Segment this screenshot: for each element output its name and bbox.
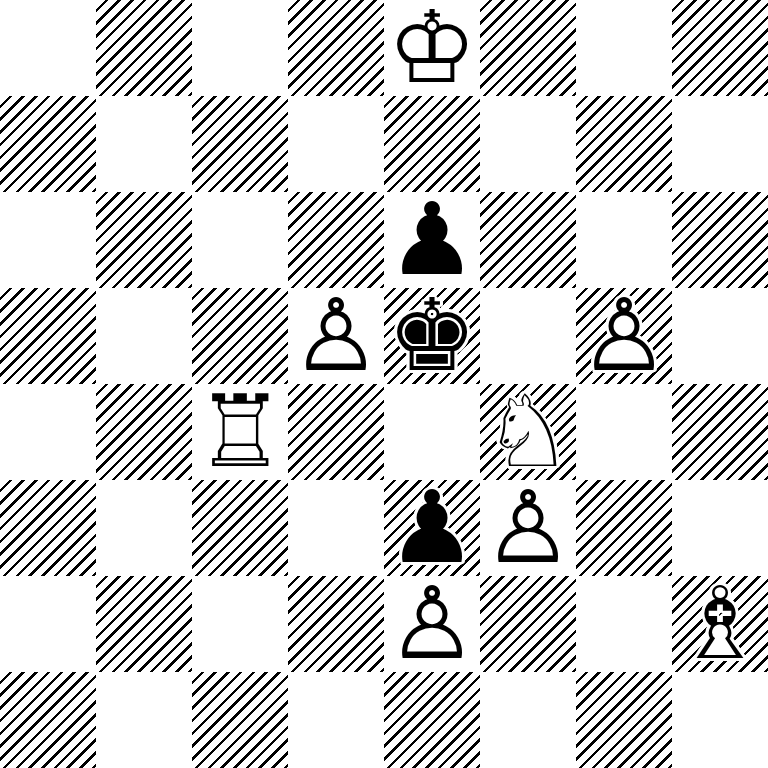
square-h1[interactable] [672,672,768,768]
square-c3[interactable] [192,480,288,576]
square-b3[interactable] [96,480,192,576]
square-a8[interactable] [0,0,96,96]
white-king-icon: ♔ [384,0,480,96]
square-e4[interactable] [384,384,480,480]
piece-white-pawn: ♟♙ [480,480,576,576]
piece-white-pawn: ♟♙ [384,576,480,672]
square-h6[interactable] [672,192,768,288]
square-c5[interactable] [192,288,288,384]
square-a7[interactable] [0,96,96,192]
piece-white-rook: ♜♖ [192,384,288,480]
piece-black-pawn: ♟ [384,480,480,576]
piece-white-pawn: ♟♙ [288,288,384,384]
square-a2[interactable] [0,576,96,672]
piece-white-knight: ♞♘ [480,384,576,480]
square-b5[interactable] [96,288,192,384]
piece-white-pawn: ♟♙ [576,288,672,384]
white-pawn-icon: ♙ [384,576,480,672]
square-e5[interactable]: ♚ [384,288,480,384]
square-d4[interactable] [288,384,384,480]
square-g4[interactable] [576,384,672,480]
square-g1[interactable] [576,672,672,768]
square-a6[interactable] [0,192,96,288]
square-c8[interactable] [192,0,288,96]
black-pawn-icon: ♟ [384,192,480,288]
square-h7[interactable] [672,96,768,192]
square-c6[interactable] [192,192,288,288]
square-d6[interactable] [288,192,384,288]
square-f3[interactable]: ♟♙ [480,480,576,576]
square-b8[interactable] [96,0,192,96]
chess-board: ♚♔♟♟♙♚♟♙♜♖♞♘♟♟♙♟♙♝♗ [0,0,768,768]
square-e8[interactable]: ♚♔ [384,0,480,96]
square-d3[interactable] [288,480,384,576]
square-e2[interactable]: ♟♙ [384,576,480,672]
square-e3[interactable]: ♟ [384,480,480,576]
square-b1[interactable] [96,672,192,768]
square-c2[interactable] [192,576,288,672]
square-g8[interactable] [576,0,672,96]
square-e7[interactable] [384,96,480,192]
square-e6[interactable]: ♟ [384,192,480,288]
piece-black-pawn: ♟ [384,192,480,288]
square-h4[interactable] [672,384,768,480]
black-pawn-icon: ♟ [384,480,480,576]
square-d1[interactable] [288,672,384,768]
white-bishop-icon: ♗ [672,576,768,672]
piece-white-king: ♚♔ [384,0,480,96]
square-b7[interactable] [96,96,192,192]
piece-black-king: ♚ [384,288,480,384]
square-f1[interactable] [480,672,576,768]
square-a4[interactable] [0,384,96,480]
square-g7[interactable] [576,96,672,192]
square-f7[interactable] [480,96,576,192]
square-a5[interactable] [0,288,96,384]
square-d8[interactable] [288,0,384,96]
square-b4[interactable] [96,384,192,480]
square-g2[interactable] [576,576,672,672]
square-d5[interactable]: ♟♙ [288,288,384,384]
square-g3[interactable] [576,480,672,576]
square-c1[interactable] [192,672,288,768]
square-h2[interactable]: ♝♗ [672,576,768,672]
square-a1[interactable] [0,672,96,768]
square-g5[interactable]: ♟♙ [576,288,672,384]
square-h3[interactable] [672,480,768,576]
white-rook-icon: ♖ [192,384,288,480]
square-g6[interactable] [576,192,672,288]
white-pawn-icon: ♙ [576,288,672,384]
square-f8[interactable] [480,0,576,96]
white-pawn-icon: ♙ [288,288,384,384]
square-f2[interactable] [480,576,576,672]
square-c4[interactable]: ♜♖ [192,384,288,480]
white-knight-icon: ♘ [480,384,576,480]
black-king-icon: ♚ [384,288,480,384]
square-c7[interactable] [192,96,288,192]
square-e1[interactable] [384,672,480,768]
square-f5[interactable] [480,288,576,384]
square-a3[interactable] [0,480,96,576]
square-h5[interactable] [672,288,768,384]
square-b6[interactable] [96,192,192,288]
square-f6[interactable] [480,192,576,288]
square-f4[interactable]: ♞♘ [480,384,576,480]
square-d2[interactable] [288,576,384,672]
piece-white-bishop: ♝♗ [672,576,768,672]
square-d7[interactable] [288,96,384,192]
square-b2[interactable] [96,576,192,672]
white-pawn-icon: ♙ [480,480,576,576]
square-h8[interactable] [672,0,768,96]
